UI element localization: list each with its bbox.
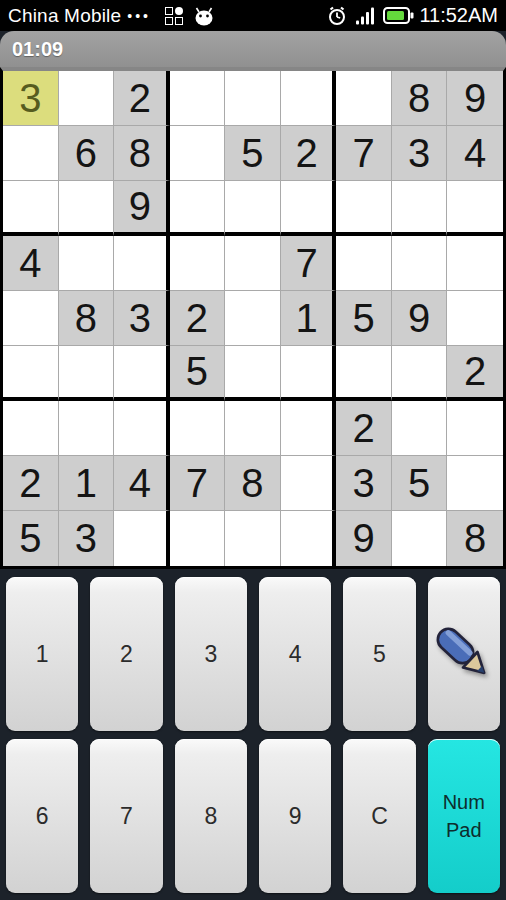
carrier-label: China Mobile [8,5,121,27]
sudoku-cell-r4c2[interactable] [59,236,115,291]
sudoku-cell-r7c9[interactable] [447,401,503,456]
sudoku-cell-r7c4[interactable] [170,401,226,456]
sudoku-cell-r8c7[interactable]: 3 [336,456,392,511]
sudoku-cell-r1c6[interactable] [281,71,337,126]
sudoku-cell-r1c1[interactable]: 3 [3,71,59,126]
sudoku-cell-r2c1[interactable] [3,126,59,181]
sudoku-cell-r5c3[interactable]: 3 [114,291,170,346]
battery-icon [383,7,414,24]
sudoku-cell-r4c8[interactable] [392,236,448,291]
battery-level [387,11,404,20]
android-icon [193,6,215,26]
sudoku-cell-r6c4[interactable]: 5 [170,346,226,401]
sudoku-cell-r8c6[interactable] [281,456,337,511]
pencil-icon [430,620,498,688]
sudoku-cell-r3c1[interactable] [3,181,59,236]
sudoku-cell-r5c9[interactable] [447,291,503,346]
sudoku-cell-r9c2[interactable]: 3 [59,511,115,566]
sudoku-cell-r6c8[interactable] [392,346,448,401]
sudoku-cell-r8c9[interactable] [447,456,503,511]
sudoku-cell-r2c3[interactable]: 8 [114,126,170,181]
sudoku-cell-r6c2[interactable] [59,346,115,401]
pencil-button[interactable] [428,577,500,731]
sudoku-cell-r9c5[interactable] [225,511,281,566]
sudoku-cell-r6c6[interactable] [281,346,337,401]
sudoku-cell-r7c3[interactable] [114,401,170,456]
sudoku-cell-r9c6[interactable] [281,511,337,566]
sudoku-cell-r5c6[interactable]: 1 [281,291,337,346]
sudoku-cell-r1c3[interactable]: 2 [114,71,170,126]
sudoku-cell-r5c1[interactable] [3,291,59,346]
sudoku-cell-r7c8[interactable] [392,401,448,456]
sudoku-cell-r5c4[interactable]: 2 [170,291,226,346]
sudoku-grid: 3289685273494783215952221478355398 [0,67,506,569]
sudoku-cell-r3c4[interactable] [170,181,226,236]
sudoku-cell-r3c6[interactable] [281,181,337,236]
sudoku-cell-r4c4[interactable] [170,236,226,291]
numpad-button[interactable]: Num Pad [428,739,500,893]
key-7[interactable]: 7 [90,739,162,893]
sudoku-cell-r2c2[interactable]: 6 [59,126,115,181]
sudoku-cell-r8c2[interactable]: 1 [59,456,115,511]
sudoku-cell-r6c9[interactable]: 2 [447,346,503,401]
sudoku-cell-r9c3[interactable] [114,511,170,566]
screen: China Mobile ••• [0,0,506,900]
sudoku-cell-r9c8[interactable] [392,511,448,566]
sudoku-cell-r4c3[interactable] [114,236,170,291]
widgets-icon [165,7,183,25]
sudoku-cell-r5c8[interactable]: 9 [392,291,448,346]
sudoku-cell-r3c2[interactable] [59,181,115,236]
timer-bar: 01:09 [0,31,506,67]
sudoku-cell-r4c1[interactable]: 4 [3,236,59,291]
sudoku-cell-r5c2[interactable]: 8 [59,291,115,346]
sudoku-cell-r1c5[interactable] [225,71,281,126]
sudoku-cell-r2c9[interactable]: 4 [447,126,503,181]
sudoku-cell-r3c5[interactable] [225,181,281,236]
sudoku-cell-r9c4[interactable] [170,511,226,566]
keypad: 12345 6789C Num Pad [0,577,506,893]
key-6[interactable]: 6 [6,739,78,893]
key-1[interactable]: 1 [6,577,78,731]
sudoku-cell-r1c8[interactable]: 8 [392,71,448,126]
sudoku-cell-r2c4[interactable] [170,126,226,181]
sudoku-cell-r1c7[interactable] [336,71,392,126]
sudoku-cell-r7c7[interactable]: 2 [336,401,392,456]
sudoku-cell-r8c4[interactable]: 7 [170,456,226,511]
sudoku-cell-r8c8[interactable]: 5 [392,456,448,511]
sudoku-cell-r9c1[interactable]: 5 [3,511,59,566]
sudoku-cell-r6c5[interactable] [225,346,281,401]
sudoku-cell-r8c3[interactable]: 4 [114,456,170,511]
keypad-row-1: 12345 [6,577,500,731]
sudoku-cell-r1c4[interactable] [170,71,226,126]
key-8[interactable]: 8 [175,739,247,893]
sudoku-cell-r8c5[interactable]: 8 [225,456,281,511]
sudoku-cell-r7c6[interactable] [281,401,337,456]
status-bar-right: 11:52AM [318,4,498,27]
sudoku-cell-r2c5[interactable]: 5 [225,126,281,181]
sudoku-cell-r7c1[interactable] [3,401,59,456]
clear-button[interactable]: C [343,739,415,893]
sudoku-cell-r4c6[interactable]: 7 [281,236,337,291]
key-9[interactable]: 9 [259,739,331,893]
timer-elapsed: 01:09 [12,38,63,61]
signal-icon [356,7,375,25]
sudoku-cell-r2c8[interactable]: 3 [392,126,448,181]
alarm-icon [326,5,348,27]
sudoku-cell-r4c5[interactable] [225,236,281,291]
sudoku-cell-r8c1[interactable]: 2 [3,456,59,511]
sudoku-cell-r3c3[interactable]: 9 [114,181,170,236]
sudoku-cell-r5c5[interactable] [225,291,281,346]
sudoku-cell-r7c2[interactable] [59,401,115,456]
key-4[interactable]: 4 [259,577,331,731]
sudoku-cell-r3c9[interactable] [447,181,503,236]
key-2[interactable]: 2 [90,577,162,731]
keypad-row-2: 6789C Num Pad [6,739,500,893]
sudoku-cell-r3c7[interactable] [336,181,392,236]
carrier-dots: ••• [127,9,151,23]
status-bar: China Mobile ••• [0,0,506,31]
key-5[interactable]: 5 [343,577,415,731]
sudoku-cell-r9c9[interactable]: 8 [447,511,503,566]
sudoku-cell-r5c7[interactable]: 5 [336,291,392,346]
sudoku-cell-r6c7[interactable] [336,346,392,401]
sudoku-cell-r6c3[interactable] [114,346,170,401]
sudoku-cell-r2c7[interactable]: 7 [336,126,392,181]
sudoku-cell-r4c9[interactable] [447,236,503,291]
numpad-button-label: Num Pad [433,788,495,844]
sudoku-cell-r6c1[interactable] [3,346,59,401]
sudoku-cell-r3c8[interactable] [392,181,448,236]
sudoku-cell-r4c7[interactable] [336,236,392,291]
sudoku-cell-r1c9[interactable]: 9 [447,71,503,126]
sudoku-cell-r9c7[interactable]: 9 [336,511,392,566]
clock-time: 11:52AM [419,4,498,27]
sudoku-cell-r2c6[interactable]: 2 [281,126,337,181]
sudoku-cell-r7c5[interactable] [225,401,281,456]
sudoku-cell-r1c2[interactable] [59,71,115,126]
key-3[interactable]: 3 [175,577,247,731]
status-bar-left: China Mobile ••• [8,5,215,27]
